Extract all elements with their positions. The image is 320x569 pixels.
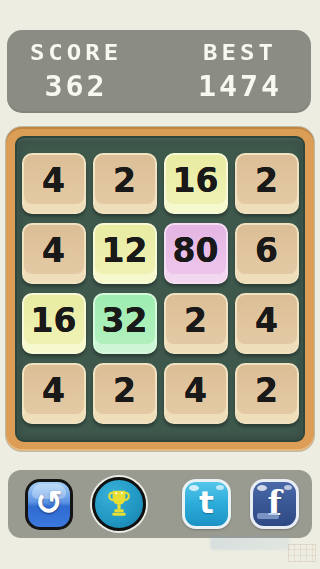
tile-r1c4: 2 xyxy=(235,153,299,214)
tile-r1c1: 4 xyxy=(22,153,86,214)
tile-r1c3: 16 xyxy=(164,153,228,214)
score-block: SCORE 362 xyxy=(17,30,135,113)
score-label: SCORE xyxy=(30,40,122,66)
tile-r4c1: 4 xyxy=(22,363,86,424)
watermark-grid-logo xyxy=(288,544,316,562)
tile-r4c3: 4 xyxy=(164,363,228,424)
tile-r3c3: 2 xyxy=(164,293,228,354)
tile-r2c2: 12 xyxy=(93,223,157,284)
toolbar: ↺ t f xyxy=(8,470,312,538)
twitter-share-button[interactable]: t xyxy=(182,479,231,529)
score-panel: SCORE 362 BEST 1474 xyxy=(7,30,311,113)
game-screen: SCORE 362 BEST 1474 42162412806163224424… xyxy=(0,0,320,569)
trophy-icon xyxy=(105,489,133,519)
tile-r3c2: 32 xyxy=(93,293,157,354)
best-label: BEST xyxy=(203,40,277,66)
tile-grid[interactable]: 421624128061632244242 xyxy=(15,136,305,442)
tile-r3c4: 4 xyxy=(235,293,299,354)
best-value: 1474 xyxy=(198,70,282,103)
watermark xyxy=(210,536,290,550)
tile-r2c1: 4 xyxy=(22,223,86,284)
tile-r4c4: 2 xyxy=(235,363,299,424)
tile-r1c2: 2 xyxy=(93,153,157,214)
tile-r4c2: 2 xyxy=(93,363,157,424)
tile-r2c4: 6 xyxy=(235,223,299,284)
twitter-icon: t xyxy=(199,487,214,518)
tile-r2c3: 80 xyxy=(164,223,228,284)
score-value: 362 xyxy=(44,70,107,103)
facebook-icon-gloss xyxy=(257,513,279,519)
tile-r3c1: 16 xyxy=(22,293,86,354)
best-block: BEST 1474 xyxy=(181,30,299,113)
game-board: 421624128061632244242 xyxy=(6,127,314,451)
facebook-share-button[interactable]: f xyxy=(250,479,299,529)
undo-arrow-icon: ↺ xyxy=(35,483,63,522)
leaderboard-button[interactable] xyxy=(92,477,146,531)
undo-button[interactable]: ↺ xyxy=(25,479,73,530)
